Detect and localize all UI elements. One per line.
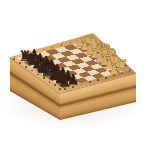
chess-set-photo: ♜♟♞♟♝♟♛♟♟♚♜♟♟♝♞♟♟♞♝♟♟♜♛♟♟♚♟♝♟♞♟♜ [0,0,150,150]
